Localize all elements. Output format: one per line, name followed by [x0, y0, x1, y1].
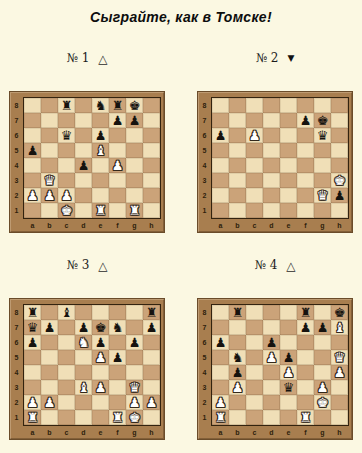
square-a7: ♛ [24, 320, 41, 335]
square-f8 [297, 98, 314, 113]
square-d8 [263, 305, 280, 320]
black-pawn: ♟ [109, 350, 126, 365]
square-b3 [229, 173, 246, 188]
file-label-c: c [246, 222, 263, 229]
black-rook: ♜ [24, 305, 41, 320]
rank-label-5: 5 [198, 350, 211, 365]
rank-label-3: 3 [10, 380, 23, 395]
square-f1: ♜ [297, 410, 314, 425]
square-d5 [75, 143, 92, 158]
square-g8: ♚ [126, 98, 143, 113]
rank-label-7: 7 [198, 113, 211, 128]
board-squares: ♟♚♟♟♛♚♛♟ [211, 97, 349, 219]
square-g2: ♚ [314, 395, 331, 410]
black-rook: ♜ [58, 98, 75, 113]
file-label-e: e [280, 429, 297, 436]
square-h5: ♛ [331, 350, 348, 365]
square-c3 [246, 173, 263, 188]
square-a3 [212, 173, 229, 188]
square-h2 [143, 188, 160, 203]
square-g8 [126, 305, 143, 320]
square-c4 [246, 158, 263, 173]
square-e2 [92, 395, 109, 410]
chessboard-3: 87654321 ♜♝♜♛♟♟♚♞♟♟♞♟♟♟♟♝♟♛♟♟♟♟♜♜♚ abcde… [9, 298, 165, 440]
square-f8 [109, 305, 126, 320]
rank-label-3: 3 [10, 173, 23, 188]
square-e3: ♛ [280, 380, 297, 395]
square-b5: ♞ [229, 350, 246, 365]
white-pawn: ♟ [263, 350, 280, 365]
square-c8 [246, 98, 263, 113]
file-label-a: a [24, 429, 41, 436]
rank-label-5: 5 [198, 143, 211, 158]
black-bishop: ♝ [58, 305, 75, 320]
square-e2 [92, 188, 109, 203]
square-d3 [263, 173, 280, 188]
file-labels: abcdefgh [212, 426, 348, 439]
puzzle-2-number: № 2 [256, 51, 279, 65]
black-rook: ♜ [109, 98, 126, 113]
square-a2: ♟ [24, 188, 41, 203]
square-c7 [246, 320, 263, 335]
square-h8: ♜ [143, 305, 160, 320]
square-e1 [92, 410, 109, 425]
white-pawn: ♟ [143, 395, 160, 410]
square-c6: ♟ [246, 128, 263, 143]
square-b3: ♟ [229, 380, 246, 395]
square-d7 [263, 113, 280, 128]
square-h1 [143, 203, 160, 218]
square-e2 [280, 188, 297, 203]
square-b4 [41, 158, 58, 173]
square-g7: ♟ [126, 113, 143, 128]
square-h2: ♟ [143, 395, 160, 410]
square-d8 [75, 305, 92, 320]
square-c5 [58, 350, 75, 365]
file-label-d: d [75, 222, 92, 229]
square-a2 [212, 188, 229, 203]
square-h5 [331, 143, 348, 158]
square-c3 [58, 173, 75, 188]
square-b4 [229, 158, 246, 173]
rank-label-8: 8 [198, 305, 211, 320]
file-label-b: b [41, 429, 58, 436]
square-b3 [41, 380, 58, 395]
puzzle-4-number: № 4 [254, 258, 277, 272]
black-pawn: ♟ [75, 320, 92, 335]
puzzle-1-label: № 1△ [9, 51, 165, 66]
square-h1 [331, 203, 348, 218]
black-pawn: ♟ [126, 335, 143, 350]
boards-grid: № 1△ 87654321 ♜♞♜♚♟♟♛♟♟♝♟♟♛♟♟♟♚♜♜ abcdef… [0, 26, 362, 440]
rank-label-5: 5 [10, 143, 23, 158]
square-b8 [41, 98, 58, 113]
white-pawn: ♟ [92, 380, 109, 395]
square-a3 [24, 380, 41, 395]
square-a8 [24, 98, 41, 113]
square-b8: ♜ [229, 305, 246, 320]
square-f5: ♟ [109, 350, 126, 365]
square-d5 [75, 350, 92, 365]
square-f3 [297, 380, 314, 395]
square-f8: ♜ [297, 305, 314, 320]
square-h4 [143, 365, 160, 380]
square-a6: ♟ [212, 128, 229, 143]
file-label-d: d [75, 429, 92, 436]
white-pawn: ♟ [24, 395, 41, 410]
square-e1: ♜ [92, 203, 109, 218]
square-c6: ♛ [58, 128, 75, 143]
square-d2 [263, 395, 280, 410]
square-f4 [109, 365, 126, 380]
chessboard-2: 87654321 ♟♚♟♟♛♚♛♟ abcdefgh [197, 91, 353, 233]
square-b2: ♟ [41, 395, 58, 410]
square-f2 [297, 188, 314, 203]
square-g8 [314, 98, 331, 113]
file-label-b: b [229, 429, 246, 436]
black-pawn: ♟ [314, 320, 331, 335]
square-g1: ♜ [126, 203, 143, 218]
black-rook: ♜ [143, 305, 160, 320]
black-queen: ♛ [314, 128, 331, 143]
rank-labels: 87654321 [198, 98, 211, 218]
file-label-g: g [126, 222, 143, 229]
square-d3: ♝ [75, 380, 92, 395]
file-labels: abcdefgh [212, 219, 348, 232]
rank-label-6: 6 [198, 335, 211, 350]
square-f6 [297, 335, 314, 350]
file-label-c: c [246, 429, 263, 436]
square-a4 [212, 158, 229, 173]
square-e5 [280, 143, 297, 158]
square-e6: ♟ [92, 128, 109, 143]
square-d4 [263, 158, 280, 173]
file-label-g: g [126, 429, 143, 436]
square-d1 [263, 203, 280, 218]
white-bishop: ♝ [92, 143, 109, 158]
white-pawn: ♟ [314, 380, 331, 395]
square-a2: ♟ [24, 395, 41, 410]
square-a4 [212, 365, 229, 380]
square-g5 [126, 350, 143, 365]
square-g2: ♟ [126, 395, 143, 410]
board-squares: ♜♝♜♛♟♟♚♞♟♟♞♟♟♟♟♝♟♛♟♟♟♟♜♜♚ [23, 304, 161, 426]
square-a5 [212, 350, 229, 365]
square-c1 [58, 410, 75, 425]
square-c2 [246, 395, 263, 410]
file-label-f: f [109, 429, 126, 436]
square-e5: ♝ [92, 143, 109, 158]
puzzle-4-label: № 4△ [197, 258, 353, 273]
square-c4 [246, 365, 263, 380]
square-c5 [246, 143, 263, 158]
square-c4 [58, 158, 75, 173]
square-e8: ♞ [92, 98, 109, 113]
black-pawn: ♟ [24, 335, 41, 350]
board-squares: ♜♞♜♚♟♟♛♟♟♝♟♟♛♟♟♟♚♜♜ [23, 97, 161, 219]
square-a7 [212, 320, 229, 335]
square-h3: ♚ [331, 173, 348, 188]
square-d1 [263, 410, 280, 425]
black-rook: ♜ [229, 305, 246, 320]
square-b2 [229, 395, 246, 410]
square-f6 [109, 128, 126, 143]
black-pawn: ♟ [229, 365, 246, 380]
rank-label-6: 6 [198, 128, 211, 143]
square-c8: ♜ [58, 98, 75, 113]
file-label-a: a [24, 222, 41, 229]
rank-label-8: 8 [10, 98, 23, 113]
square-h6 [143, 128, 160, 143]
rank-label-3: 3 [198, 173, 211, 188]
square-f8: ♜ [109, 98, 126, 113]
square-c5 [246, 350, 263, 365]
file-labels: abcdefgh [24, 426, 160, 439]
square-b5 [41, 350, 58, 365]
black-pawn: ♟ [109, 113, 126, 128]
rank-label-2: 2 [198, 395, 211, 410]
square-a1: ♜ [212, 410, 229, 425]
square-h2: ♟ [331, 188, 348, 203]
square-c2 [246, 188, 263, 203]
black-pawn: ♟ [92, 128, 109, 143]
rank-label-2: 2 [10, 188, 23, 203]
square-e8 [92, 305, 109, 320]
white-king: ♚ [331, 173, 348, 188]
square-a1: ♜ [24, 410, 41, 425]
square-f3 [297, 173, 314, 188]
white-knight: ♞ [75, 335, 92, 350]
square-c2: ♟ [58, 188, 75, 203]
square-a3 [212, 380, 229, 395]
square-d7 [263, 320, 280, 335]
white-rook: ♜ [297, 410, 314, 425]
square-a5: ♟ [24, 143, 41, 158]
square-b4: ♟ [229, 365, 246, 380]
square-e1 [280, 203, 297, 218]
square-g5 [314, 143, 331, 158]
file-label-h: h [143, 429, 160, 436]
square-e1 [280, 410, 297, 425]
square-h3 [331, 380, 348, 395]
square-g1: ♚ [126, 410, 143, 425]
rank-label-5: 5 [10, 350, 23, 365]
rank-label-1: 1 [198, 410, 211, 425]
file-label-d: d [263, 429, 280, 436]
square-e7 [280, 320, 297, 335]
square-e4 [92, 365, 109, 380]
square-f5 [297, 350, 314, 365]
puzzle-3-label: № 3△ [9, 258, 165, 273]
square-h5 [143, 350, 160, 365]
page-title: Сыграйте, как в Томске! [0, 0, 362, 26]
black-knight: ♞ [229, 350, 246, 365]
square-e2 [280, 395, 297, 410]
square-b7 [229, 320, 246, 335]
square-c2 [58, 395, 75, 410]
rank-label-7: 7 [10, 320, 23, 335]
square-b5 [41, 143, 58, 158]
rank-label-1: 1 [10, 410, 23, 425]
file-label-h: h [331, 429, 348, 436]
white-rook: ♜ [24, 410, 41, 425]
square-g2: ♛ [314, 188, 331, 203]
square-h3 [143, 380, 160, 395]
square-e6 [280, 128, 297, 143]
square-e3: ♟ [92, 380, 109, 395]
rank-label-1: 1 [198, 203, 211, 218]
square-f3 [109, 380, 126, 395]
square-g1 [314, 203, 331, 218]
white-pawn: ♟ [229, 380, 246, 395]
square-h1 [331, 410, 348, 425]
square-c7 [58, 113, 75, 128]
square-a7 [212, 113, 229, 128]
square-c1 [246, 410, 263, 425]
square-h3 [143, 173, 160, 188]
square-e4 [280, 158, 297, 173]
square-b8 [229, 98, 246, 113]
square-b3: ♛ [41, 173, 58, 188]
file-label-g: g [314, 222, 331, 229]
square-e3 [280, 173, 297, 188]
square-c6 [58, 335, 75, 350]
file-label-b: b [229, 222, 246, 229]
file-label-c: c [58, 222, 75, 229]
square-d6 [75, 128, 92, 143]
black-king: ♚ [314, 113, 331, 128]
rank-label-2: 2 [10, 395, 23, 410]
square-g4 [126, 365, 143, 380]
black-pawn: ♟ [331, 188, 348, 203]
square-c8: ♝ [58, 305, 75, 320]
square-h6 [143, 335, 160, 350]
white-bishop: ♝ [75, 380, 92, 395]
square-g4 [314, 365, 331, 380]
square-c3 [58, 380, 75, 395]
white-pawn: ♟ [126, 395, 143, 410]
square-e4: ♟ [280, 365, 297, 380]
file-label-g: g [314, 429, 331, 436]
file-label-a: a [212, 429, 229, 436]
white-rook: ♜ [212, 410, 229, 425]
file-labels: abcdefgh [24, 219, 160, 232]
square-b4 [41, 365, 58, 380]
square-b8 [41, 305, 58, 320]
rank-label-2: 2 [198, 188, 211, 203]
square-d2 [75, 395, 92, 410]
square-g1 [314, 410, 331, 425]
rank-label-7: 7 [198, 320, 211, 335]
square-e6 [280, 335, 297, 350]
square-c6 [246, 335, 263, 350]
square-b6 [229, 335, 246, 350]
square-d8 [75, 98, 92, 113]
square-c5 [58, 143, 75, 158]
square-d2 [75, 188, 92, 203]
square-e7: ♚ [92, 320, 109, 335]
white-pawn: ♟ [280, 365, 297, 380]
square-d1 [75, 410, 92, 425]
square-a6 [24, 128, 41, 143]
square-e6: ♟ [92, 335, 109, 350]
white-pawn: ♟ [109, 158, 126, 173]
square-d4 [75, 365, 92, 380]
rank-label-8: 8 [198, 98, 211, 113]
white-queen: ♛ [126, 380, 143, 395]
square-a7 [24, 113, 41, 128]
square-f3 [109, 173, 126, 188]
square-g3: ♟ [314, 380, 331, 395]
square-a8 [212, 305, 229, 320]
square-d3 [263, 380, 280, 395]
square-h7 [331, 113, 348, 128]
square-g7: ♚ [314, 113, 331, 128]
square-a4 [24, 365, 41, 380]
square-d6: ♞ [75, 335, 92, 350]
square-e3 [92, 173, 109, 188]
white-pawn: ♟ [331, 365, 348, 380]
square-c8 [246, 305, 263, 320]
black-pawn: ♟ [212, 335, 229, 350]
file-label-h: h [331, 222, 348, 229]
square-a1 [24, 203, 41, 218]
black-pawn: ♟ [263, 335, 280, 350]
square-b2 [229, 188, 246, 203]
square-f7: ♟ [297, 320, 314, 335]
square-f4: ♟ [109, 158, 126, 173]
square-f1 [297, 203, 314, 218]
black-king: ♚ [92, 320, 109, 335]
black-queen: ♛ [24, 320, 41, 335]
square-e4 [92, 158, 109, 173]
square-h8 [331, 98, 348, 113]
square-f6 [109, 335, 126, 350]
square-g5 [126, 143, 143, 158]
black-pawn: ♟ [24, 143, 41, 158]
black-pawn: ♟ [126, 113, 143, 128]
square-d5: ♟ [263, 350, 280, 365]
file-label-c: c [58, 429, 75, 436]
file-label-e: e [92, 222, 109, 229]
square-h7: ♟ [143, 320, 160, 335]
white-to-move-icon: △ [98, 259, 107, 274]
rank-label-1: 1 [10, 203, 23, 218]
square-a5 [212, 143, 229, 158]
puzzle-1-number: № 1 [66, 51, 89, 65]
square-g6 [126, 128, 143, 143]
square-g3 [126, 173, 143, 188]
white-king: ♚ [126, 410, 143, 425]
chessboard-4: 87654321 ♜♜♚♟♟♝♟♟♞♟♟♛♟♟♟♟♛♟♟♚♜♜ abcdefgh [197, 298, 353, 440]
square-e7 [92, 113, 109, 128]
square-f4 [297, 158, 314, 173]
square-b7 [229, 113, 246, 128]
black-to-move-icon: ▼ [287, 51, 294, 66]
black-king: ♚ [126, 98, 143, 113]
white-rook: ♜ [126, 203, 143, 218]
square-h6 [331, 128, 348, 143]
square-h7: ♝ [331, 320, 348, 335]
black-king: ♚ [331, 305, 348, 320]
square-a8 [212, 98, 229, 113]
square-a6: ♟ [24, 335, 41, 350]
square-g6: ♛ [314, 128, 331, 143]
square-b1 [41, 410, 58, 425]
square-h4 [331, 158, 348, 173]
square-f6 [297, 128, 314, 143]
square-d1 [75, 203, 92, 218]
